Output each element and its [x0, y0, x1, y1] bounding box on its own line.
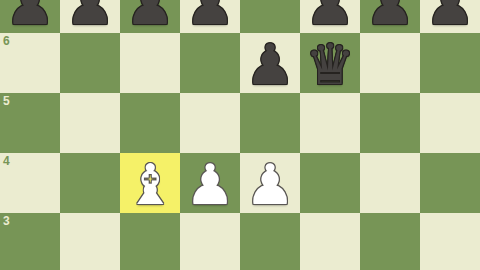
square-g4[interactable]	[360, 153, 420, 213]
square-b6[interactable]	[60, 33, 120, 93]
square-d3[interactable]	[180, 213, 240, 270]
square-g6[interactable]	[360, 33, 420, 93]
square-b7[interactable]: ♟	[60, 0, 120, 33]
white-bishop[interactable]: ♝	[120, 155, 180, 215]
square-e7[interactable]	[240, 0, 300, 33]
square-b4[interactable]	[60, 153, 120, 213]
square-h5[interactable]	[420, 93, 480, 153]
square-a6[interactable]: 6	[0, 33, 60, 93]
square-d7[interactable]: ♟	[180, 0, 240, 33]
square-d4[interactable]: ♟	[180, 153, 240, 213]
square-g3[interactable]	[360, 213, 420, 270]
square-d6[interactable]	[180, 33, 240, 93]
square-c6[interactable]	[120, 33, 180, 93]
square-f4[interactable]	[300, 153, 360, 213]
square-f6[interactable]: ♛	[300, 33, 360, 93]
chess-board: ♟♟♟♟♟♟♟6♟♛54♝♟♟3	[0, 0, 480, 270]
black-pawn[interactable]: ♟	[180, 0, 240, 35]
square-d5[interactable]	[180, 93, 240, 153]
rank-label-4: 4	[3, 154, 10, 168]
square-a7[interactable]: ♟	[0, 0, 60, 33]
rank-label-3: 3	[3, 214, 10, 228]
white-pawn[interactable]: ♟	[240, 155, 300, 215]
black-pawn[interactable]: ♟	[120, 0, 180, 35]
square-g5[interactable]	[360, 93, 420, 153]
square-f5[interactable]	[300, 93, 360, 153]
black-pawn[interactable]: ♟	[420, 0, 480, 35]
square-a3[interactable]: 3	[0, 213, 60, 270]
rank-label-6: 6	[3, 34, 10, 48]
square-e4[interactable]: ♟	[240, 153, 300, 213]
square-e5[interactable]	[240, 93, 300, 153]
square-h3[interactable]	[420, 213, 480, 270]
square-h6[interactable]	[420, 33, 480, 93]
square-e6[interactable]: ♟	[240, 33, 300, 93]
square-h7[interactable]: ♟	[420, 0, 480, 33]
square-f3[interactable]	[300, 213, 360, 270]
square-a5[interactable]: 5	[0, 93, 60, 153]
black-pawn[interactable]: ♟	[60, 0, 120, 35]
square-f7[interactable]: ♟	[300, 0, 360, 33]
black-pawn[interactable]: ♟	[300, 0, 360, 35]
square-c7[interactable]: ♟	[120, 0, 180, 33]
square-b3[interactable]	[60, 213, 120, 270]
square-c5[interactable]	[120, 93, 180, 153]
black-pawn[interactable]: ♟	[240, 35, 300, 95]
square-b5[interactable]	[60, 93, 120, 153]
white-pawn[interactable]: ♟	[180, 155, 240, 215]
square-c4[interactable]: ♝	[120, 153, 180, 213]
square-c3[interactable]	[120, 213, 180, 270]
square-a4[interactable]: 4	[0, 153, 60, 213]
rank-label-5: 5	[3, 94, 10, 108]
square-h4[interactable]	[420, 153, 480, 213]
black-pawn[interactable]: ♟	[0, 0, 60, 35]
square-e3[interactable]	[240, 213, 300, 270]
black-pawn[interactable]: ♟	[360, 0, 420, 35]
square-g7[interactable]: ♟	[360, 0, 420, 33]
black-queen[interactable]: ♛	[300, 35, 360, 95]
